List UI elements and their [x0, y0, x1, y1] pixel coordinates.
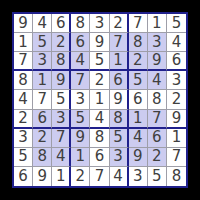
sudoku-cell-r5c6[interactable]: 9: [110, 90, 129, 109]
sudoku-cell-r1c2[interactable]: 4: [33, 14, 52, 33]
sudoku-cell-r8c7[interactable]: 9: [129, 148, 148, 167]
sudoku-cell-r2c4[interactable]: 6: [71, 33, 90, 52]
sudoku-cell-r9c7[interactable]: 3: [129, 167, 148, 186]
sudoku-cell-r1c6[interactable]: 2: [110, 14, 129, 33]
sudoku-cell-r9c4[interactable]: 2: [71, 167, 90, 186]
sudoku-cell-r4c2[interactable]: 1: [33, 71, 52, 90]
sudoku-cell-r6c9[interactable]: 9: [167, 110, 186, 129]
sudoku-cell-r8c8[interactable]: 2: [148, 148, 167, 167]
sudoku-cell-r7c7[interactable]: 4: [129, 129, 148, 148]
sudoku-cell-r3c8[interactable]: 9: [148, 52, 167, 71]
sudoku-cell-r9c3[interactable]: 1: [52, 167, 71, 186]
sudoku-cell-r3c1[interactable]: 7: [14, 52, 33, 71]
sudoku-cell-r2c6[interactable]: 7: [110, 33, 129, 52]
sudoku-cell-r2c3[interactable]: 2: [52, 33, 71, 52]
sudoku-cell-r2c5[interactable]: 9: [90, 33, 109, 52]
sudoku-cell-r2c7[interactable]: 8: [129, 33, 148, 52]
sudoku-cell-r4c1[interactable]: 8: [14, 71, 33, 90]
sudoku-cell-r4c3[interactable]: 9: [52, 71, 71, 90]
sudoku-cell-r3c6[interactable]: 1: [110, 52, 129, 71]
sudoku-cell-r8c4[interactable]: 1: [71, 148, 90, 167]
sudoku-cell-r4c5[interactable]: 2: [90, 71, 109, 90]
sudoku-cell-r5c1[interactable]: 4: [14, 90, 33, 109]
sudoku-cell-r4c4[interactable]: 7: [71, 71, 90, 90]
sudoku-cell-r7c3[interactable]: 7: [52, 129, 71, 148]
sudoku-cell-r7c6[interactable]: 5: [110, 129, 129, 148]
sudoku-cell-r7c1[interactable]: 3: [14, 129, 33, 148]
sudoku-cell-r7c2[interactable]: 2: [33, 129, 52, 148]
sudoku-cell-r9c8[interactable]: 5: [148, 167, 167, 186]
sudoku-board: 9468327151526978347384512968197265434753…: [12, 12, 188, 188]
sudoku-cell-r4c7[interactable]: 5: [129, 71, 148, 90]
sudoku-cell-r9c5[interactable]: 7: [90, 167, 109, 186]
sudoku-cell-r4c9[interactable]: 3: [167, 71, 186, 90]
sudoku-cell-r5c4[interactable]: 3: [71, 90, 90, 109]
sudoku-cell-r6c8[interactable]: 7: [148, 110, 167, 129]
sudoku-cell-r8c1[interactable]: 5: [14, 148, 33, 167]
sudoku-cell-r5c5[interactable]: 1: [90, 90, 109, 109]
sudoku-cell-r8c3[interactable]: 4: [52, 148, 71, 167]
sudoku-cell-r9c2[interactable]: 9: [33, 167, 52, 186]
sudoku-cell-r9c1[interactable]: 6: [14, 167, 33, 186]
sudoku-cell-r3c3[interactable]: 8: [52, 52, 71, 71]
page-background: 9468327151526978347384512968197265434753…: [0, 0, 200, 200]
sudoku-cell-r1c1[interactable]: 9: [14, 14, 33, 33]
sudoku-cell-r6c4[interactable]: 5: [71, 110, 90, 129]
sudoku-cell-r4c6[interactable]: 6: [110, 71, 129, 90]
sudoku-cell-r8c5[interactable]: 6: [90, 148, 109, 167]
sudoku-cell-r4c8[interactable]: 4: [148, 71, 167, 90]
sudoku-cell-r5c3[interactable]: 5: [52, 90, 71, 109]
sudoku-cell-r1c3[interactable]: 6: [52, 14, 71, 33]
sudoku-cell-r2c2[interactable]: 5: [33, 33, 52, 52]
sudoku-cell-r6c6[interactable]: 8: [110, 110, 129, 129]
sudoku-cell-r3c9[interactable]: 6: [167, 52, 186, 71]
sudoku-cell-r1c8[interactable]: 1: [148, 14, 167, 33]
sudoku-cell-r6c3[interactable]: 3: [52, 110, 71, 129]
sudoku-cell-r7c5[interactable]: 8: [90, 129, 109, 148]
sudoku-cell-r3c5[interactable]: 5: [90, 52, 109, 71]
sudoku-cell-r6c5[interactable]: 4: [90, 110, 109, 129]
sudoku-cell-r1c9[interactable]: 5: [167, 14, 186, 33]
sudoku-cell-r6c7[interactable]: 1: [129, 110, 148, 129]
sudoku-cell-r8c6[interactable]: 3: [110, 148, 129, 167]
sudoku-cell-r3c7[interactable]: 2: [129, 52, 148, 71]
sudoku-cell-r7c9[interactable]: 1: [167, 129, 186, 148]
sudoku-cell-r7c4[interactable]: 9: [71, 129, 90, 148]
sudoku-cell-r8c9[interactable]: 7: [167, 148, 186, 167]
sudoku-cell-r9c9[interactable]: 8: [167, 167, 186, 186]
sudoku-cell-r2c9[interactable]: 4: [167, 33, 186, 52]
sudoku-cell-r3c2[interactable]: 3: [33, 52, 52, 71]
sudoku-cell-r6c1[interactable]: 2: [14, 110, 33, 129]
sudoku-cell-r7c8[interactable]: 6: [148, 129, 167, 148]
sudoku-cell-r6c2[interactable]: 6: [33, 110, 52, 129]
sudoku-cell-r5c7[interactable]: 6: [129, 90, 148, 109]
sudoku-cell-r2c1[interactable]: 1: [14, 33, 33, 52]
sudoku-cell-r3c4[interactable]: 4: [71, 52, 90, 71]
sudoku-cell-r8c2[interactable]: 8: [33, 148, 52, 167]
sudoku-cell-r5c8[interactable]: 8: [148, 90, 167, 109]
sudoku-cell-r9c6[interactable]: 4: [110, 167, 129, 186]
sudoku-cell-r1c5[interactable]: 3: [90, 14, 109, 33]
sudoku-cell-r1c7[interactable]: 7: [129, 14, 148, 33]
sudoku-cell-r5c2[interactable]: 7: [33, 90, 52, 109]
sudoku-cell-r5c9[interactable]: 2: [167, 90, 186, 109]
sudoku-cell-r2c8[interactable]: 3: [148, 33, 167, 52]
sudoku-cell-r1c4[interactable]: 8: [71, 14, 90, 33]
